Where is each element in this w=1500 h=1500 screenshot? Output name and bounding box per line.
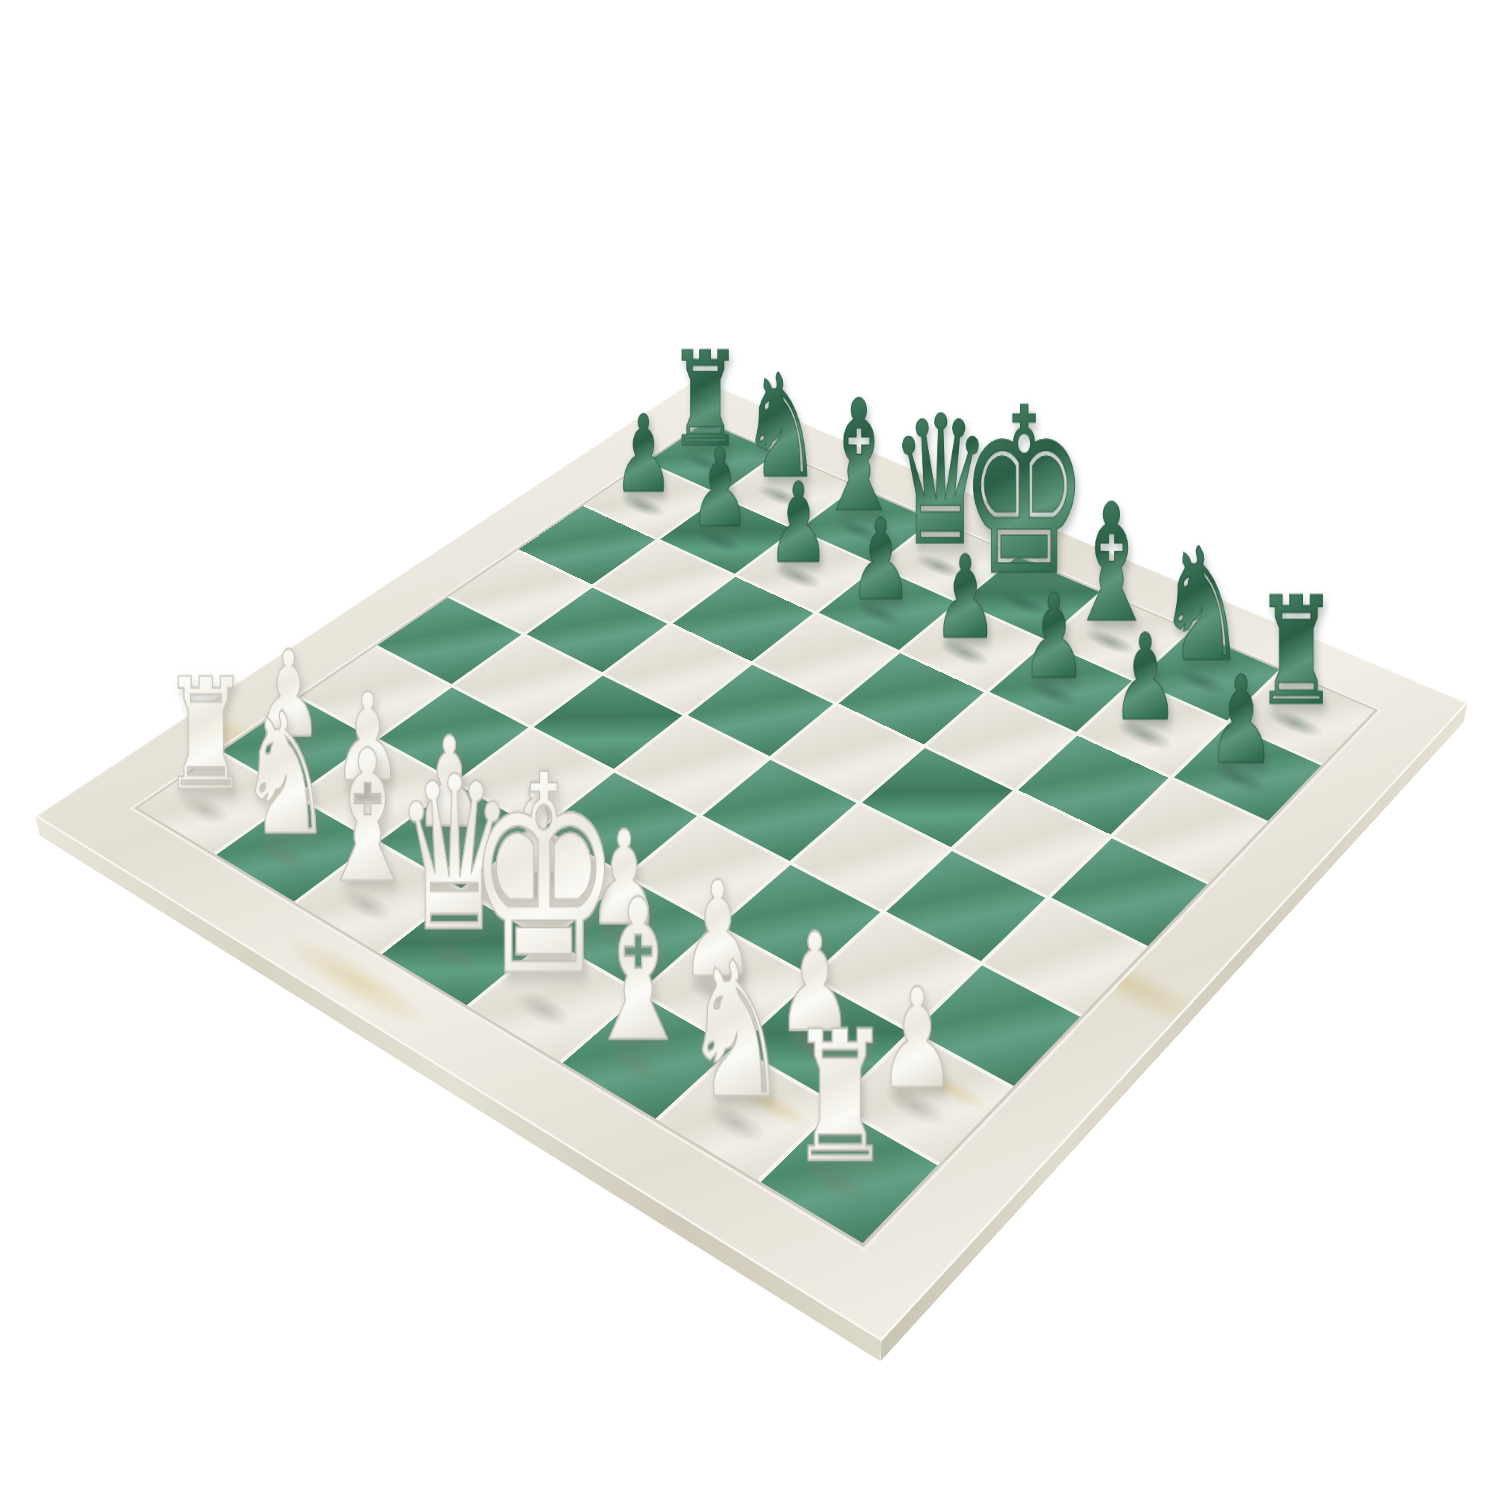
- piece-green-pawn: ♟: [614, 404, 674, 504]
- piece-green-pawn: ♟: [934, 544, 998, 652]
- piece-white-bishop: ♝: [583, 878, 694, 1064]
- piece-green-pawn: ♟: [690, 437, 751, 539]
- piece-white-knight: ♞: [684, 943, 790, 1122]
- chess-set-photo: ♜♞♝♛♚♝♞♜♟♟♟♟♟♟♟♟♟♟♟♟♟♟♟♟♜♞♝♛♚♝♞♜: [0, 0, 1500, 1500]
- chess-board: ♜♞♝♛♚♝♞♜♟♟♟♟♟♟♟♟♟♟♟♟♟♟♟♟♜♞♝♛♚♝♞♜: [35, 378, 1468, 1341]
- piece-green-pawn: ♟: [1021, 582, 1087, 692]
- piece-green-pawn: ♟: [849, 507, 912, 613]
- piece-white-rook: ♜: [789, 1011, 891, 1182]
- piece-green-pawn: ♟: [1207, 663, 1275, 778]
- piece-green-pawn: ♟: [768, 471, 830, 575]
- board-field: ♜♞♝♛♚♝♞♜♟♟♟♟♟♟♟♟♟♟♟♟♟♟♟♟♜♞♝♛♚♝♞♜: [138, 422, 1374, 1243]
- piece-green-pawn: ♟: [1112, 622, 1179, 734]
